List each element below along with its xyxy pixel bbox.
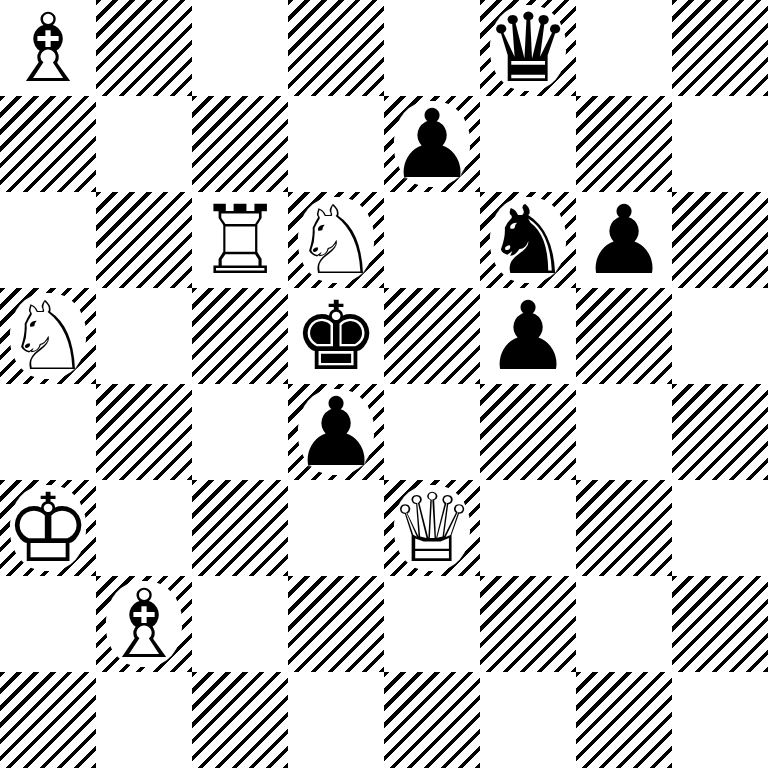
square-b5[interactable] [96,288,192,384]
square-a6[interactable] [0,192,96,288]
square-h6[interactable] [672,192,768,288]
square-g5[interactable] [576,288,672,384]
square-d7[interactable] [288,96,384,192]
black-king[interactable]: ♚ [288,288,384,384]
square-a7[interactable] [0,96,96,192]
square-a1[interactable] [0,672,96,768]
square-h5[interactable] [672,288,768,384]
square-h1[interactable] [672,672,768,768]
white-queen[interactable]: ♕ [384,480,480,576]
square-c5[interactable] [192,288,288,384]
square-d6[interactable]: ♘ [288,192,384,288]
square-h8[interactable] [672,0,768,96]
black-pawn[interactable]: ♟ [384,96,480,192]
white-bishop[interactable]: ♗ [0,0,96,96]
white-rook[interactable]: ♖ [192,192,288,288]
white-knight[interactable]: ♘ [288,192,384,288]
square-f8[interactable]: ♛ [480,0,576,96]
white-rook-glyph: ♖ [197,192,282,288]
black-pawn[interactable]: ♟ [576,192,672,288]
square-d3[interactable] [288,480,384,576]
square-e2[interactable] [384,576,480,672]
square-b4[interactable] [96,384,192,480]
square-g6[interactable]: ♟ [576,192,672,288]
square-a2[interactable] [0,576,96,672]
square-g8[interactable] [576,0,672,96]
square-c3[interactable] [192,480,288,576]
white-bishop[interactable]: ♗ [96,576,192,672]
square-h3[interactable] [672,480,768,576]
square-g7[interactable] [576,96,672,192]
black-pawn-glyph: ♟ [581,192,666,288]
black-knight[interactable]: ♞ [480,192,576,288]
square-f3[interactable] [480,480,576,576]
square-d5[interactable]: ♚ [288,288,384,384]
square-f6[interactable]: ♞ [480,192,576,288]
black-king-glyph: ♚ [293,288,378,384]
square-b8[interactable] [96,0,192,96]
white-bishop-glyph: ♗ [5,0,90,96]
square-b7[interactable] [96,96,192,192]
square-c6[interactable]: ♖ [192,192,288,288]
square-d1[interactable] [288,672,384,768]
white-king-glyph: ♔ [5,480,90,576]
black-pawn-glyph: ♟ [485,288,570,384]
square-e3[interactable]: ♕ [384,480,480,576]
square-f5[interactable]: ♟ [480,288,576,384]
square-a8[interactable]: ♗ [0,0,96,96]
square-d8[interactable] [288,0,384,96]
black-pawn[interactable]: ♟ [480,288,576,384]
square-g1[interactable] [576,672,672,768]
white-queen-glyph: ♕ [389,480,474,576]
square-d2[interactable] [288,576,384,672]
white-king[interactable]: ♔ [0,480,96,576]
chess-board: ♗♛♟♖♘♞♟♘♚♟♟♔♕♗ [0,0,768,768]
black-queen-glyph: ♛ [485,0,570,96]
square-e7[interactable]: ♟ [384,96,480,192]
square-e8[interactable] [384,0,480,96]
square-c8[interactable] [192,0,288,96]
square-b3[interactable] [96,480,192,576]
white-knight[interactable]: ♘ [0,288,96,384]
square-h7[interactable] [672,96,768,192]
white-knight-glyph: ♘ [293,192,378,288]
square-e5[interactable] [384,288,480,384]
square-b2[interactable]: ♗ [96,576,192,672]
white-knight-glyph: ♘ [5,288,90,384]
square-c7[interactable] [192,96,288,192]
square-g3[interactable] [576,480,672,576]
square-d4[interactable]: ♟ [288,384,384,480]
square-g4[interactable] [576,384,672,480]
square-e6[interactable] [384,192,480,288]
black-queen[interactable]: ♛ [480,0,576,96]
square-c2[interactable] [192,576,288,672]
square-h4[interactable] [672,384,768,480]
square-f1[interactable] [480,672,576,768]
square-f2[interactable] [480,576,576,672]
square-b1[interactable] [96,672,192,768]
square-a5[interactable]: ♘ [0,288,96,384]
square-f7[interactable] [480,96,576,192]
black-pawn-glyph: ♟ [389,96,474,192]
square-f4[interactable] [480,384,576,480]
square-h2[interactable] [672,576,768,672]
square-b6[interactable] [96,192,192,288]
black-knight-glyph: ♞ [485,192,570,288]
square-a4[interactable] [0,384,96,480]
square-e4[interactable] [384,384,480,480]
square-e1[interactable] [384,672,480,768]
square-a3[interactable]: ♔ [0,480,96,576]
black-pawn[interactable]: ♟ [288,384,384,480]
white-bishop-glyph: ♗ [101,576,186,672]
square-g2[interactable] [576,576,672,672]
square-c4[interactable] [192,384,288,480]
square-c1[interactable] [192,672,288,768]
black-pawn-glyph: ♟ [293,384,378,480]
